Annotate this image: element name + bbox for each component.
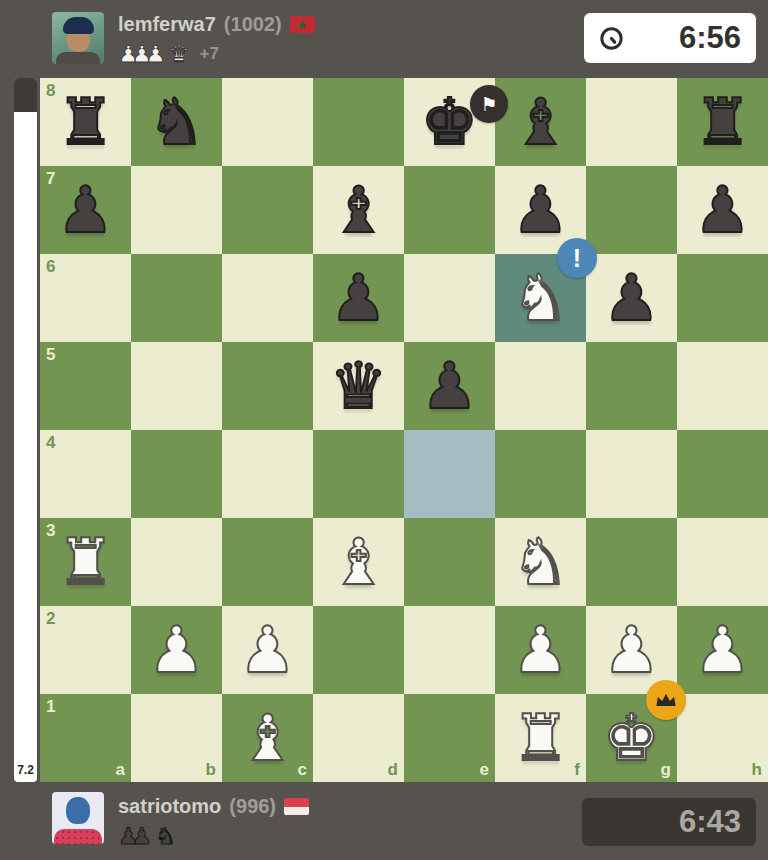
square-b3[interactable]	[131, 518, 222, 606]
square-d3[interactable]: ♝	[313, 518, 404, 606]
chess-board: 8♜♞♚♝♜7♟♝♟♟6♟♞♟5♛♟43♜♝♞2♟♟♟♟♟1abc♝def♜g♚…	[40, 78, 768, 782]
rank-label-1: 1	[46, 697, 55, 717]
winner-crown-badge-g1	[646, 680, 686, 720]
square-d6[interactable]: ♟	[313, 254, 404, 342]
square-g7[interactable]	[586, 166, 677, 254]
square-e4[interactable]	[404, 430, 495, 518]
avatar-shoulders	[56, 52, 100, 64]
square-f8[interactable]: ♝	[495, 78, 586, 166]
captured-white-queen-icon: ♛	[169, 43, 190, 66]
black-knight-b8[interactable]: ♞	[131, 78, 222, 166]
white-pawn-b2[interactable]: ♟	[131, 606, 222, 694]
square-f5[interactable]	[495, 342, 586, 430]
top-captured-pieces: ♟♟♟ ♛ +7	[118, 41, 315, 67]
clock-icon	[598, 25, 625, 52]
top-clock-time: 6:56	[625, 20, 756, 56]
white-bishop-c1[interactable]: ♝	[222, 694, 313, 782]
square-h7[interactable]: ♟	[677, 166, 768, 254]
chess-game-screen: lemferwa7 (1002) ★ ♟♟♟ ♛ +7 6:56 7.2	[0, 0, 768, 860]
white-pawn-h2[interactable]: ♟	[677, 606, 768, 694]
square-h4[interactable]	[677, 430, 768, 518]
square-c6[interactable]	[222, 254, 313, 342]
square-b2[interactable]: ♟	[131, 606, 222, 694]
square-g8[interactable]	[586, 78, 677, 166]
rank-label-5: 5	[46, 345, 55, 365]
square-a1[interactable]: 1a	[40, 694, 131, 782]
great-move-badge-f6: !	[557, 238, 597, 278]
bottom-player-avatar[interactable]	[52, 792, 104, 844]
file-label-a: a	[116, 760, 125, 780]
square-h6[interactable]	[677, 254, 768, 342]
square-c7[interactable]	[222, 166, 313, 254]
square-f3[interactable]: ♞	[495, 518, 586, 606]
square-b1[interactable]: b	[131, 694, 222, 782]
square-e1[interactable]: e	[404, 694, 495, 782]
black-bishop-f8[interactable]: ♝	[495, 78, 586, 166]
square-a6[interactable]: 6	[40, 254, 131, 342]
square-d2[interactable]	[313, 606, 404, 694]
square-h2[interactable]: ♟	[677, 606, 768, 694]
square-c1[interactable]: c♝	[222, 694, 313, 782]
top-player-rating: (1002)	[224, 13, 282, 36]
black-queen-d5[interactable]: ♛	[313, 342, 404, 430]
square-a5[interactable]: 5	[40, 342, 131, 430]
square-g5[interactable]	[586, 342, 677, 430]
square-f4[interactable]	[495, 430, 586, 518]
square-f1[interactable]: f♜	[495, 694, 586, 782]
bottom-player-name[interactable]: satriotomo	[118, 795, 221, 818]
bottom-player-info: satriotomo (996) ♟♟ ♞	[118, 795, 309, 849]
white-rook-a3[interactable]: ♜	[40, 518, 131, 606]
black-rook-h8[interactable]: ♜	[677, 78, 768, 166]
square-c5[interactable]	[222, 342, 313, 430]
square-g3[interactable]	[586, 518, 677, 606]
black-pawn-d6[interactable]: ♟	[313, 254, 404, 342]
white-rook-f1[interactable]: ♜	[495, 694, 586, 782]
file-label-e: e	[480, 760, 489, 780]
top-player-bar: lemferwa7 (1002) ★ ♟♟♟ ♛ +7 6:56	[0, 0, 768, 78]
square-e7[interactable]	[404, 166, 495, 254]
square-b4[interactable]	[131, 430, 222, 518]
square-c3[interactable]	[222, 518, 313, 606]
square-b7[interactable]	[131, 166, 222, 254]
square-a7[interactable]: 7♟	[40, 166, 131, 254]
square-a2[interactable]: 2	[40, 606, 131, 694]
black-bishop-d7[interactable]: ♝	[313, 166, 404, 254]
square-f2[interactable]: ♟	[495, 606, 586, 694]
square-a4[interactable]: 4	[40, 430, 131, 518]
black-pawn-a7[interactable]: ♟	[40, 166, 131, 254]
white-knight-f3[interactable]: ♞	[495, 518, 586, 606]
square-g4[interactable]	[586, 430, 677, 518]
white-pawn-f2[interactable]: ♟	[495, 606, 586, 694]
avatar-shirt	[54, 829, 102, 844]
top-player-name[interactable]: lemferwa7	[118, 13, 216, 36]
square-b8[interactable]: ♞	[131, 78, 222, 166]
indonesia-flag-icon	[284, 798, 309, 815]
flag-badge-e8: ⚑	[470, 85, 508, 123]
evaluation-bar: 7.2	[14, 78, 37, 782]
bottom-player-clock: 6:43	[582, 798, 756, 846]
square-h1[interactable]: h	[677, 694, 768, 782]
rank-label-6: 6	[46, 257, 55, 277]
white-bishop-d3[interactable]: ♝	[313, 518, 404, 606]
bottom-player-rating: (996)	[229, 795, 276, 818]
square-d7[interactable]: ♝	[313, 166, 404, 254]
square-c2[interactable]: ♟	[222, 606, 313, 694]
square-d5[interactable]: ♛	[313, 342, 404, 430]
file-label-d: d	[388, 760, 398, 780]
square-b6[interactable]	[131, 254, 222, 342]
square-h5[interactable]	[677, 342, 768, 430]
white-pawn-c2[interactable]: ♟	[222, 606, 313, 694]
square-e3[interactable]	[404, 518, 495, 606]
top-player-avatar[interactable]	[52, 12, 104, 64]
square-h3[interactable]	[677, 518, 768, 606]
square-e2[interactable]	[404, 606, 495, 694]
square-c4[interactable]	[222, 430, 313, 518]
black-pawn-e5[interactable]: ♟	[404, 342, 495, 430]
square-e5[interactable]: ♟	[404, 342, 495, 430]
captured-white-pawns-icon: ♟♟♟	[118, 43, 166, 66]
square-c8[interactable]	[222, 78, 313, 166]
avatar-head	[66, 797, 90, 824]
evaluation-black-section	[14, 78, 37, 112]
black-pawn-h7[interactable]: ♟	[677, 166, 768, 254]
material-advantage: +7	[199, 44, 218, 64]
square-g6[interactable]: ♟	[586, 254, 677, 342]
morocco-flag-icon: ★	[290, 16, 315, 33]
captured-black-knight-icon: ♞	[155, 825, 176, 848]
square-h8[interactable]: ♜	[677, 78, 768, 166]
black-pawn-g6[interactable]: ♟	[586, 254, 677, 342]
square-d8[interactable]	[313, 78, 404, 166]
top-player-clock: 6:56	[584, 13, 756, 63]
square-a3[interactable]: 3♜	[40, 518, 131, 606]
square-e6[interactable]	[404, 254, 495, 342]
top-player-info: lemferwa7 (1002) ★ ♟♟♟ ♛ +7	[118, 13, 315, 67]
bottom-captured-pieces: ♟♟ ♞	[118, 823, 309, 849]
square-d4[interactable]	[313, 430, 404, 518]
file-label-h: h	[752, 760, 762, 780]
file-label-b: b	[206, 760, 216, 780]
square-a8[interactable]: 8♜	[40, 78, 131, 166]
black-rook-a8[interactable]: ♜	[40, 78, 131, 166]
evaluation-score: 7.2	[14, 763, 37, 777]
square-b5[interactable]	[131, 342, 222, 430]
rank-label-4: 4	[46, 433, 55, 453]
captured-black-pawns-icon: ♟♟	[118, 825, 152, 848]
morocco-star: ★	[297, 19, 308, 31]
bottom-clock-time: 6:43	[582, 804, 756, 840]
bottom-player-bar: satriotomo (996) ♟♟ ♞ 6:43	[0, 782, 768, 860]
square-d1[interactable]: d	[313, 694, 404, 782]
rank-label-2: 2	[46, 609, 55, 629]
avatar-cap	[63, 17, 94, 34]
